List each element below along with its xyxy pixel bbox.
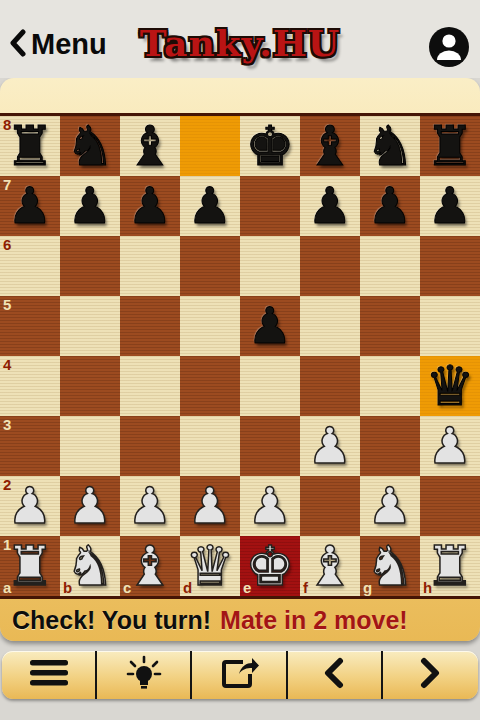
- toolbar-share-button[interactable]: [192, 651, 287, 699]
- square-c5[interactable]: [120, 296, 180, 356]
- square-b3[interactable]: [60, 416, 120, 476]
- square-g5[interactable]: [360, 296, 420, 356]
- square-f7[interactable]: ♟: [300, 176, 360, 236]
- piece-white-pawn: ♟: [128, 477, 173, 535]
- square-h6[interactable]: [420, 236, 480, 296]
- square-b6[interactable]: [60, 236, 120, 296]
- square-a3[interactable]: 3: [0, 416, 60, 476]
- piece-black-pawn: ♟: [188, 177, 233, 235]
- bottom-toolbar: [2, 651, 478, 699]
- square-b4[interactable]: [60, 356, 120, 416]
- square-h2[interactable]: [420, 476, 480, 536]
- top-bar: Menu Tanky.HU: [0, 0, 480, 78]
- app-logo: Tanky.HU: [0, 22, 480, 64]
- square-f8[interactable]: ♝: [300, 116, 360, 176]
- piece-black-knight: ♞: [65, 117, 114, 175]
- square-g1[interactable]: g♞: [360, 536, 420, 596]
- board-panel: 8♜♞♝♚♝♞♜7♟♟♟♟♟♟♟65♟4♛3♟♟2♟♟♟♟♟♟1a♜b♞c♝d♛…: [0, 78, 480, 641]
- toolbar-hint-button[interactable]: [97, 651, 192, 699]
- square-d2[interactable]: ♟: [180, 476, 240, 536]
- square-b5[interactable]: [60, 296, 120, 356]
- piece-white-bishop: ♝: [305, 537, 354, 595]
- square-d6[interactable]: [180, 236, 240, 296]
- square-f5[interactable]: [300, 296, 360, 356]
- square-h1[interactable]: h♜: [420, 536, 480, 596]
- square-d1[interactable]: d♛: [180, 536, 240, 596]
- piece-white-pawn: ♟: [428, 417, 473, 475]
- rank-label-1: 1: [3, 537, 11, 552]
- file-label-h: h: [423, 580, 432, 595]
- square-h3[interactable]: ♟: [420, 416, 480, 476]
- rank-label-4: 4: [3, 357, 11, 372]
- square-e7[interactable]: [240, 176, 300, 236]
- piece-white-knight: ♞: [65, 537, 114, 595]
- piece-white-pawn: ♟: [8, 477, 53, 535]
- file-label-e: e: [243, 580, 251, 595]
- file-label-g: g: [363, 580, 372, 595]
- toolbar-back-button[interactable]: [288, 651, 383, 699]
- square-c6[interactable]: [120, 236, 180, 296]
- file-label-b: b: [63, 580, 72, 595]
- square-h8[interactable]: ♜: [420, 116, 480, 176]
- square-h5[interactable]: [420, 296, 480, 356]
- square-e5[interactable]: ♟: [240, 296, 300, 356]
- square-f3[interactable]: ♟: [300, 416, 360, 476]
- rank-label-2: 2: [3, 477, 11, 492]
- piece-white-pawn: ♟: [68, 477, 113, 535]
- square-a8[interactable]: 8♜: [0, 116, 60, 176]
- piece-white-knight: ♞: [365, 537, 414, 595]
- piece-black-pawn: ♟: [248, 297, 293, 355]
- account-button[interactable]: [428, 26, 470, 72]
- piece-black-pawn: ♟: [308, 177, 353, 235]
- chess-board: 8♜♞♝♚♝♞♜7♟♟♟♟♟♟♟65♟4♛3♟♟2♟♟♟♟♟♟1a♜b♞c♝d♛…: [0, 113, 480, 599]
- piece-black-pawn: ♟: [128, 177, 173, 235]
- square-e6[interactable]: [240, 236, 300, 296]
- square-c1[interactable]: c♝: [120, 536, 180, 596]
- status-bar: Check! You turn! Mate in 2 move!: [0, 599, 480, 641]
- square-c8[interactable]: ♝: [120, 116, 180, 176]
- piece-white-pawn: ♟: [248, 477, 293, 535]
- square-d3[interactable]: [180, 416, 240, 476]
- piece-black-pawn: ♟: [368, 177, 413, 235]
- file-label-d: d: [183, 580, 192, 595]
- piece-white-pawn: ♟: [368, 477, 413, 535]
- square-c7[interactable]: ♟: [120, 176, 180, 236]
- piece-black-queen: ♛: [425, 357, 474, 415]
- square-b8[interactable]: ♞: [60, 116, 120, 176]
- file-label-c: c: [123, 580, 131, 595]
- piece-black-king: ♚: [245, 117, 294, 175]
- square-a2[interactable]: 2♟: [0, 476, 60, 536]
- square-e2[interactable]: ♟: [240, 476, 300, 536]
- square-f2[interactable]: [300, 476, 360, 536]
- toolbar-menu-button[interactable]: [2, 651, 97, 699]
- square-g7[interactable]: ♟: [360, 176, 420, 236]
- square-a6[interactable]: 6: [0, 236, 60, 296]
- square-c3[interactable]: [120, 416, 180, 476]
- piece-black-rook: ♜: [5, 117, 54, 175]
- lightbulb-icon: [124, 655, 164, 695]
- square-a7[interactable]: 7♟: [0, 176, 60, 236]
- rank-label-3: 3: [3, 417, 11, 432]
- square-e4[interactable]: [240, 356, 300, 416]
- piece-black-pawn: ♟: [8, 177, 53, 235]
- piece-white-rook: ♜: [5, 537, 54, 595]
- piece-black-rook: ♜: [425, 117, 474, 175]
- square-f1[interactable]: f♝: [300, 536, 360, 596]
- piece-white-queen: ♛: [185, 537, 234, 595]
- square-e1[interactable]: e♚: [240, 536, 300, 596]
- hamburger-icon: [27, 658, 71, 692]
- piece-white-rook: ♜: [425, 537, 474, 595]
- piece-black-bishop: ♝: [305, 117, 354, 175]
- square-c4[interactable]: [120, 356, 180, 416]
- rank-label-7: 7: [3, 177, 11, 192]
- file-label-a: a: [3, 580, 11, 595]
- square-g2[interactable]: ♟: [360, 476, 420, 536]
- toolbar-forward-button[interactable]: [383, 651, 478, 699]
- square-g4[interactable]: [360, 356, 420, 416]
- square-d8[interactable]: [180, 116, 240, 176]
- square-e8[interactable]: ♚: [240, 116, 300, 176]
- piece-black-knight: ♞: [365, 117, 414, 175]
- piece-black-bishop: ♝: [125, 117, 174, 175]
- square-d4[interactable]: [180, 356, 240, 416]
- piece-white-pawn: ♟: [308, 417, 353, 475]
- square-h7[interactable]: ♟: [420, 176, 480, 236]
- rank-label-5: 5: [3, 297, 11, 312]
- square-d5[interactable]: [180, 296, 240, 356]
- square-d7[interactable]: ♟: [180, 176, 240, 236]
- square-b1[interactable]: b♞: [60, 536, 120, 596]
- share-icon: [219, 656, 259, 694]
- piece-white-king: ♚: [245, 537, 294, 595]
- square-b7[interactable]: ♟: [60, 176, 120, 236]
- chevron-left-icon: [322, 657, 346, 693]
- piece-black-pawn: ♟: [68, 177, 113, 235]
- piece-white-bishop: ♝: [125, 537, 174, 595]
- square-a5[interactable]: 5: [0, 296, 60, 356]
- square-g8[interactable]: ♞: [360, 116, 420, 176]
- square-a1[interactable]: 1a♜: [0, 536, 60, 596]
- rank-label-6: 6: [3, 237, 11, 252]
- rank-label-8: 8: [3, 117, 11, 132]
- piece-white-pawn: ♟: [188, 477, 233, 535]
- square-g6[interactable]: [360, 236, 420, 296]
- square-f6[interactable]: [300, 236, 360, 296]
- square-h4[interactable]: ♛: [420, 356, 480, 416]
- chevron-right-icon: [418, 657, 442, 693]
- square-a4[interactable]: 4: [0, 356, 60, 416]
- square-c2[interactable]: ♟: [120, 476, 180, 536]
- square-b2[interactable]: ♟: [60, 476, 120, 536]
- status-alert-text: Mate in 2 move!: [220, 606, 408, 635]
- square-f4[interactable]: [300, 356, 360, 416]
- status-text: Check! You turn!: [12, 606, 211, 635]
- file-label-f: f: [303, 580, 308, 595]
- panel-top-pad: [0, 78, 480, 113]
- square-g3[interactable]: [360, 416, 420, 476]
- account-icon: [428, 54, 470, 71]
- square-e3[interactable]: [240, 416, 300, 476]
- piece-black-pawn: ♟: [428, 177, 473, 235]
